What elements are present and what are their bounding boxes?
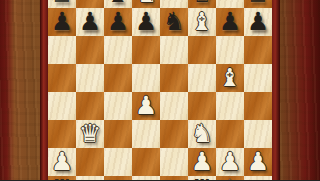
- square-h2[interactable]: ♟: [244, 148, 272, 176]
- chess-board: ♜♝♞♚♜♟♟♟♟♞♝♟♟♝♟♛♞♟♟♟♟♜♜♚: [48, 0, 272, 180]
- square-d3[interactable]: [132, 120, 160, 148]
- square-g3[interactable]: [216, 120, 244, 148]
- piece-white-rook-f1[interactable]: ♜: [191, 177, 213, 181]
- square-a6[interactable]: [48, 36, 76, 64]
- square-g1[interactable]: ♚: [216, 176, 244, 180]
- square-c7[interactable]: ♟: [104, 8, 132, 36]
- square-e7[interactable]: ♞: [160, 8, 188, 36]
- square-e2[interactable]: [160, 148, 188, 176]
- piece-white-pawn-a2[interactable]: ♟: [51, 149, 73, 174]
- square-a5[interactable]: [48, 64, 76, 92]
- board-trim-right: [272, 0, 280, 180]
- square-d7[interactable]: ♟: [132, 8, 160, 36]
- board-trim-left: [40, 0, 48, 180]
- square-a7[interactable]: ♟: [48, 8, 76, 36]
- piece-white-pawn-f2[interactable]: ♟: [191, 149, 213, 174]
- square-h4[interactable]: [244, 92, 272, 120]
- square-e1[interactable]: [160, 176, 188, 180]
- piece-white-knight-d8[interactable]: ♞: [135, 0, 157, 6]
- square-f1[interactable]: ♜: [188, 176, 216, 180]
- piece-black-bishop-c8[interactable]: ♝: [107, 0, 129, 6]
- piece-black-pawn-c7[interactable]: ♟: [107, 9, 129, 34]
- square-c4[interactable]: [104, 92, 132, 120]
- piece-white-knight-f3[interactable]: ♞: [191, 121, 213, 146]
- square-b2[interactable]: [76, 148, 104, 176]
- piece-white-bishop-g5[interactable]: ♝: [219, 65, 241, 90]
- square-h3[interactable]: [244, 120, 272, 148]
- piece-white-bishop-f7[interactable]: ♝: [191, 9, 213, 34]
- square-d2[interactable]: [132, 148, 160, 176]
- piece-black-pawn-d7[interactable]: ♟: [135, 9, 157, 34]
- piece-white-pawn-h2[interactable]: ♟: [247, 149, 269, 174]
- square-b1[interactable]: [76, 176, 104, 180]
- square-f3[interactable]: ♞: [188, 120, 216, 148]
- square-h6[interactable]: [244, 36, 272, 64]
- square-d4[interactable]: ♟: [132, 92, 160, 120]
- square-c2[interactable]: [104, 148, 132, 176]
- square-c6[interactable]: [104, 36, 132, 64]
- square-b3[interactable]: ♛: [76, 120, 104, 148]
- square-c3[interactable]: [104, 120, 132, 148]
- piece-black-rook-a8[interactable]: ♜: [51, 0, 73, 6]
- piece-white-pawn-g2[interactable]: ♟: [219, 149, 241, 174]
- square-d6[interactable]: [132, 36, 160, 64]
- square-d1[interactable]: [132, 176, 160, 180]
- square-h5[interactable]: [244, 64, 272, 92]
- piece-white-rook-a1[interactable]: ♜: [51, 177, 73, 181]
- piece-white-pawn-d4[interactable]: ♟: [135, 93, 157, 118]
- piece-black-pawn-b7[interactable]: ♟: [79, 9, 101, 34]
- window-frame: ♜♝♞♚♜♟♟♟♟♞♝♟♟♝♟♛♞♟♟♟♟♜♜♚: [0, 0, 320, 180]
- square-b7[interactable]: ♟: [76, 8, 104, 36]
- piece-black-knight-e7[interactable]: ♞: [163, 9, 185, 34]
- square-g4[interactable]: [216, 92, 244, 120]
- square-b4[interactable]: [76, 92, 104, 120]
- square-a3[interactable]: [48, 120, 76, 148]
- square-e4[interactable]: [160, 92, 188, 120]
- square-g6[interactable]: [216, 36, 244, 64]
- square-f6[interactable]: [188, 36, 216, 64]
- square-a2[interactable]: ♟: [48, 148, 76, 176]
- square-b6[interactable]: [76, 36, 104, 64]
- square-e6[interactable]: [160, 36, 188, 64]
- piece-black-king-f8[interactable]: ♚: [191, 0, 213, 6]
- square-g2[interactable]: ♟: [216, 148, 244, 176]
- piece-white-queen-b3[interactable]: ♛: [79, 121, 101, 146]
- square-g5[interactable]: ♝: [216, 64, 244, 92]
- square-d5[interactable]: [132, 64, 160, 92]
- square-a4[interactable]: [48, 92, 76, 120]
- square-f2[interactable]: ♟: [188, 148, 216, 176]
- square-f7[interactable]: ♝: [188, 8, 216, 36]
- square-b5[interactable]: [76, 64, 104, 92]
- piece-black-pawn-g7[interactable]: ♟: [219, 9, 241, 34]
- piece-white-king-g1[interactable]: ♚: [219, 177, 241, 181]
- square-e5[interactable]: [160, 64, 188, 92]
- square-h7[interactable]: ♟: [244, 8, 272, 36]
- square-e3[interactable]: [160, 120, 188, 148]
- square-c5[interactable]: [104, 64, 132, 92]
- piece-black-rook-h8[interactable]: ♜: [247, 0, 269, 6]
- piece-black-pawn-a7[interactable]: ♟: [51, 9, 73, 34]
- square-g7[interactable]: ♟: [216, 8, 244, 36]
- square-f5[interactable]: [188, 64, 216, 92]
- square-h1[interactable]: [244, 176, 272, 180]
- square-a1[interactable]: ♜: [48, 176, 76, 180]
- square-c1[interactable]: [104, 176, 132, 180]
- square-f4[interactable]: [188, 92, 216, 120]
- piece-black-pawn-h7[interactable]: ♟: [247, 9, 269, 34]
